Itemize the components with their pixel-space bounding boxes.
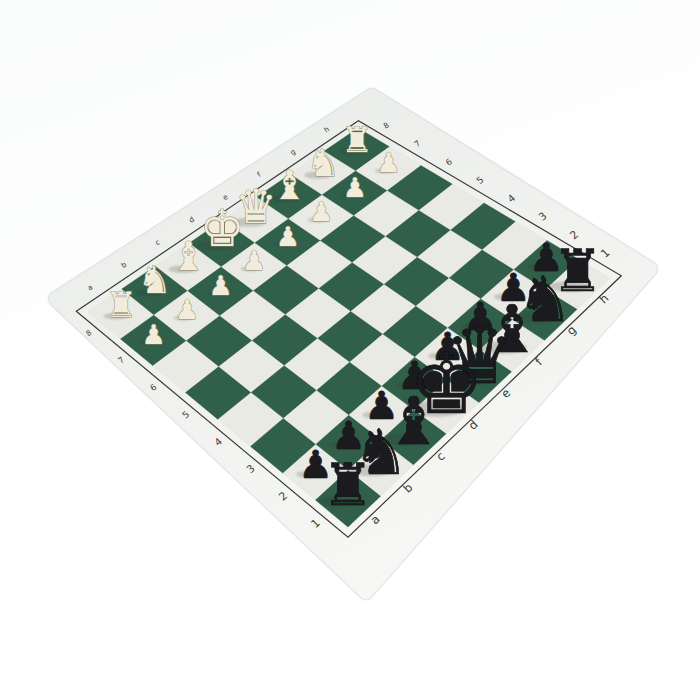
white-knight-g8[interactable]: ♞ [306,141,340,185]
chessboard-photo: aabbccddeeffgghh8877665544332211 ♜♟♞♟♝♟♛… [0,0,700,700]
product-photo-scene: aabbccddeeffgghh8877665544332211 ♜♟♞♟♝♟♛… [0,0,700,700]
white-pawn-c7[interactable]: ♟ [209,270,233,301]
white-pawn-b7[interactable]: ♟ [175,294,199,325]
white-pawn-e7[interactable]: ♟ [276,221,300,252]
black-rook-a1[interactable]: ♜ [322,451,374,519]
white-bishop-c8[interactable]: ♝ [171,233,207,279]
white-rook-h8[interactable]: ♜ [341,119,372,160]
white-rook-a8[interactable]: ♜ [105,284,136,325]
white-pawn-h7[interactable]: ♟ [376,147,400,178]
white-pawn-a7[interactable]: ♟ [141,319,165,350]
white-pawn-g7[interactable]: ♟ [343,172,367,203]
white-bishop-f8[interactable]: ♝ [272,162,308,208]
white-knight-b8[interactable]: ♞ [138,258,172,302]
white-pawn-f7[interactable]: ♟ [309,196,333,227]
white-king-d8[interactable]: ♚ [200,199,245,258]
white-pawn-d7[interactable]: ♟ [242,245,266,276]
